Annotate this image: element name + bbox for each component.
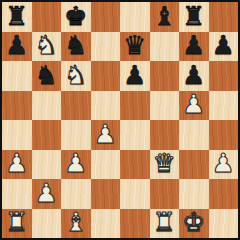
square-c8[interactable]: ♚	[61, 2, 91, 32]
square-a1[interactable]: ♜	[2, 209, 32, 239]
square-d6[interactable]	[91, 61, 121, 91]
square-h1[interactable]	[209, 209, 239, 239]
square-e6[interactable]: ♟	[120, 61, 150, 91]
square-h3[interactable]: ♟	[209, 150, 239, 180]
square-h4[interactable]	[209, 120, 239, 150]
square-f1[interactable]: ♜	[150, 209, 180, 239]
square-h7[interactable]: ♟	[209, 32, 239, 62]
square-b7[interactable]: ♞	[32, 32, 62, 62]
piece-black-rook[interactable]: ♜	[182, 3, 205, 29]
square-e8[interactable]	[120, 2, 150, 32]
square-f7[interactable]	[150, 32, 180, 62]
piece-white-queen[interactable]: ♛	[153, 150, 176, 176]
square-a4[interactable]	[2, 120, 32, 150]
piece-black-knight[interactable]: ♞	[64, 32, 87, 58]
square-b6[interactable]: ♞	[32, 61, 62, 91]
piece-white-rook[interactable]: ♜	[153, 209, 176, 235]
square-c5[interactable]	[61, 91, 91, 121]
square-g6[interactable]: ♟	[179, 61, 209, 91]
piece-black-pawn[interactable]: ♟	[212, 32, 235, 58]
piece-white-pawn[interactable]: ♟	[35, 180, 58, 206]
square-b8[interactable]	[32, 2, 62, 32]
square-b3[interactable]	[32, 150, 62, 180]
square-f8[interactable]: ♝	[150, 2, 180, 32]
square-c3[interactable]: ♟	[61, 150, 91, 180]
square-a6[interactable]	[2, 61, 32, 91]
piece-white-rook[interactable]: ♜	[5, 209, 28, 235]
square-h8[interactable]	[209, 2, 239, 32]
square-h6[interactable]	[209, 61, 239, 91]
square-d3[interactable]	[91, 150, 121, 180]
square-b5[interactable]	[32, 91, 62, 121]
piece-black-queen[interactable]: ♛	[123, 32, 146, 58]
square-b4[interactable]	[32, 120, 62, 150]
piece-white-king[interactable]: ♚	[182, 209, 205, 235]
square-d8[interactable]	[91, 2, 121, 32]
square-h5[interactable]	[209, 91, 239, 121]
square-g1[interactable]: ♚	[179, 209, 209, 239]
square-c4[interactable]	[61, 120, 91, 150]
square-e1[interactable]	[120, 209, 150, 239]
square-f4[interactable]	[150, 120, 180, 150]
square-c2[interactable]	[61, 179, 91, 209]
piece-white-pawn[interactable]: ♟	[212, 150, 235, 176]
square-g3[interactable]	[179, 150, 209, 180]
square-e2[interactable]	[120, 179, 150, 209]
piece-white-pawn[interactable]: ♟	[5, 150, 28, 176]
piece-white-bishop[interactable]: ♝	[64, 209, 87, 235]
piece-black-pawn[interactable]: ♟	[123, 62, 146, 88]
square-a3[interactable]: ♟	[2, 150, 32, 180]
square-a2[interactable]	[2, 179, 32, 209]
piece-black-pawn[interactable]: ♟	[182, 62, 205, 88]
square-a5[interactable]	[2, 91, 32, 121]
square-a7[interactable]: ♟	[2, 32, 32, 62]
square-g8[interactable]: ♜	[179, 2, 209, 32]
square-e5[interactable]	[120, 91, 150, 121]
square-c6[interactable]: ♞	[61, 61, 91, 91]
piece-black-pawn[interactable]: ♟	[5, 32, 28, 58]
square-e4[interactable]	[120, 120, 150, 150]
piece-white-knight[interactable]: ♞	[64, 62, 87, 88]
piece-black-king[interactable]: ♚	[64, 3, 87, 29]
square-g4[interactable]	[179, 120, 209, 150]
square-e7[interactable]: ♛	[120, 32, 150, 62]
square-d2[interactable]	[91, 179, 121, 209]
piece-white-knight[interactable]: ♞	[35, 32, 58, 58]
piece-black-pawn[interactable]: ♟	[182, 32, 205, 58]
square-b2[interactable]: ♟	[32, 179, 62, 209]
square-d1[interactable]	[91, 209, 121, 239]
piece-black-knight[interactable]: ♞	[35, 62, 58, 88]
piece-black-bishop[interactable]: ♝	[153, 3, 176, 29]
piece-white-pawn[interactable]: ♟	[94, 121, 117, 147]
chess-board: ♜♚♝♜♟♞♞♛♟♟♞♞♟♟♟♟♟♟♛♟♟♜♝♜♚	[0, 0, 240, 240]
piece-white-pawn[interactable]: ♟	[182, 91, 205, 117]
square-f3[interactable]: ♛	[150, 150, 180, 180]
square-h2[interactable]	[209, 179, 239, 209]
square-c1[interactable]: ♝	[61, 209, 91, 239]
square-f5[interactable]	[150, 91, 180, 121]
square-d5[interactable]	[91, 91, 121, 121]
square-f6[interactable]	[150, 61, 180, 91]
square-f2[interactable]	[150, 179, 180, 209]
square-b1[interactable]	[32, 209, 62, 239]
piece-black-rook[interactable]: ♜	[5, 3, 28, 29]
piece-white-pawn[interactable]: ♟	[64, 150, 87, 176]
square-e3[interactable]	[120, 150, 150, 180]
square-c7[interactable]: ♞	[61, 32, 91, 62]
square-d7[interactable]	[91, 32, 121, 62]
square-d4[interactable]: ♟	[91, 120, 121, 150]
square-g2[interactable]	[179, 179, 209, 209]
square-g5[interactable]: ♟	[179, 91, 209, 121]
square-g7[interactable]: ♟	[179, 32, 209, 62]
square-a8[interactable]: ♜	[2, 2, 32, 32]
